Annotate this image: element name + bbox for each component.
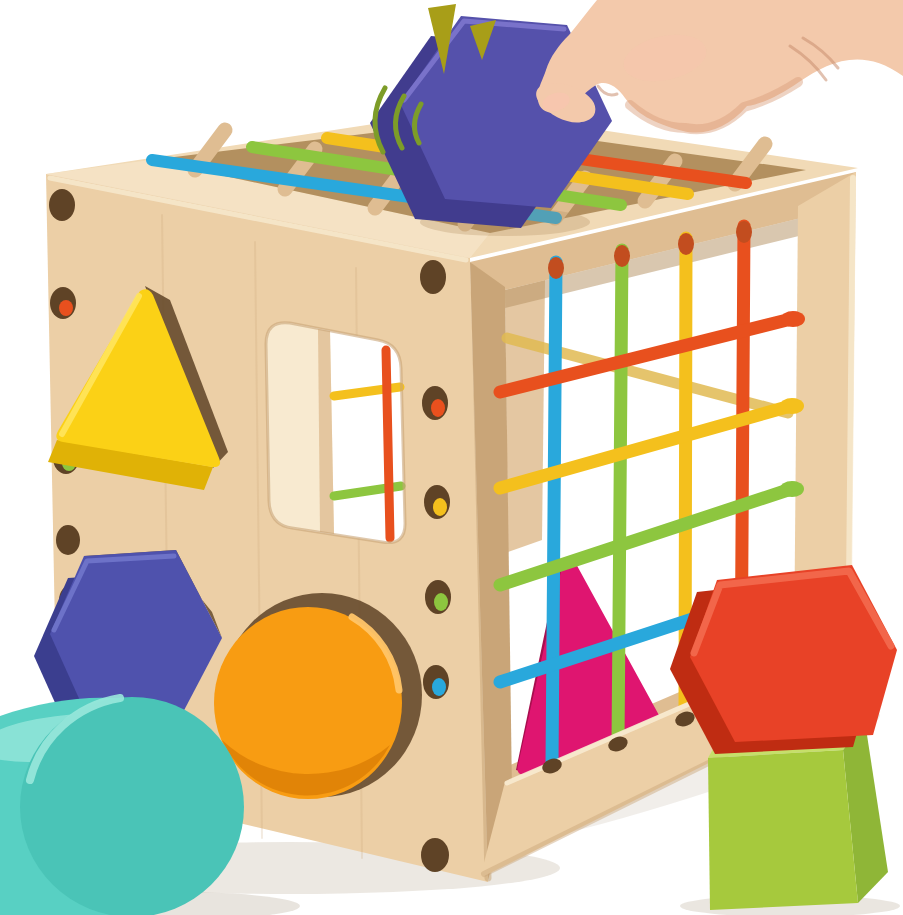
window-band-red: [386, 350, 390, 538]
interior-left-wood: [505, 280, 545, 552]
band-end-blue: [432, 678, 446, 696]
band-end-green: [434, 593, 448, 611]
vert-band-green: [618, 250, 622, 743]
knot-green: [780, 481, 804, 497]
teal-cylinder-block: [0, 697, 244, 915]
band-wrap: [614, 245, 630, 267]
square-slot-cutout: [266, 323, 405, 543]
baby-hand: [536, 0, 903, 133]
peg-hole: [49, 189, 75, 221]
knot-yellow: [780, 398, 804, 414]
red-hexagon-block: [670, 565, 897, 754]
peg-hole: [420, 260, 446, 294]
band-wrap: [548, 257, 564, 279]
band-end-red: [59, 300, 73, 316]
band-wrap: [736, 221, 752, 243]
green-cube-front: [708, 750, 858, 910]
product-photo: [0, 0, 903, 915]
band-end-yellow: [433, 498, 447, 516]
peg-hole: [56, 525, 80, 555]
band-wrap: [678, 233, 694, 255]
vert-band-blue: [552, 262, 556, 765]
knot-orange: [781, 311, 805, 327]
shape-sorter-scene: [0, 0, 903, 915]
band-end-red: [431, 399, 445, 417]
peg-hole: [421, 838, 449, 872]
